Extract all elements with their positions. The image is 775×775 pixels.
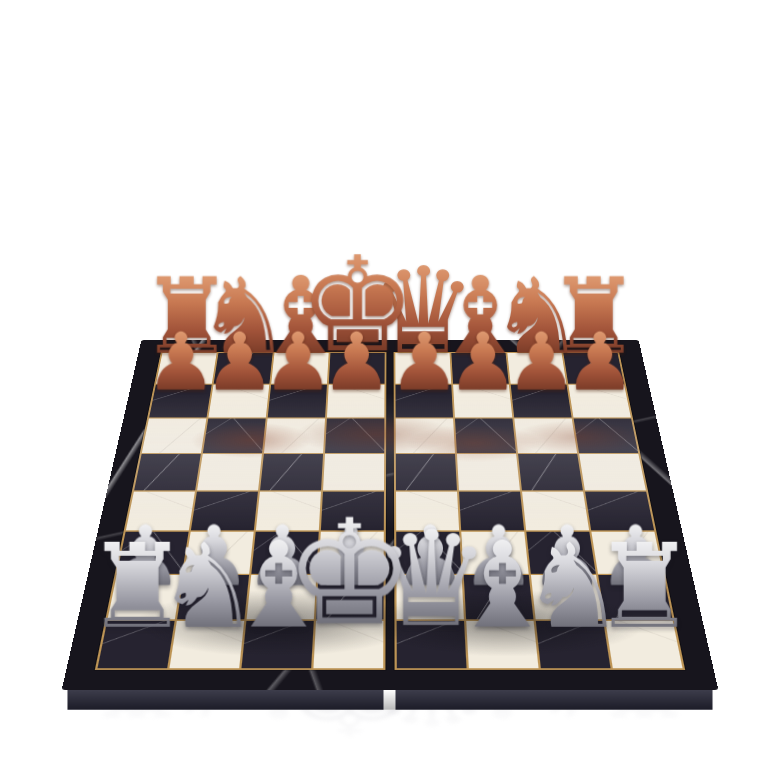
silver-king-glyph: ♚ xyxy=(284,500,414,645)
silver-rook-glyph: ♜ xyxy=(591,529,696,646)
square-a5[interactable] xyxy=(134,454,201,491)
square-a6[interactable] xyxy=(142,418,207,452)
square-f6[interactable] xyxy=(455,418,516,452)
square-e5[interactable] xyxy=(396,454,457,491)
square-c6[interactable] xyxy=(264,418,325,452)
copper-pawn-glyph: ♟ xyxy=(320,323,391,403)
square-g6[interactable] xyxy=(514,418,577,452)
silver-knight-glyph: ♞ xyxy=(155,529,260,646)
copper-pawn-glyph: ♟ xyxy=(564,323,635,403)
square-h6[interactable] xyxy=(574,418,639,452)
square-g5[interactable] xyxy=(518,454,583,491)
square-e6[interactable] xyxy=(396,418,455,452)
square-d5[interactable] xyxy=(323,454,384,491)
chess-board: ♜♜♞♞♝♝♚♚♛♛♝♝♞♞♜♜♟♟♟♟♟♟♟♟♟♟♟♟♟♟♟♟♟♟♟♟♟♟♟♟… xyxy=(62,340,719,690)
board-near-edge xyxy=(67,690,712,710)
square-h5[interactable] xyxy=(579,454,646,491)
square-c5[interactable] xyxy=(260,454,323,491)
square-b5[interactable] xyxy=(197,454,262,491)
square-d6[interactable] xyxy=(325,418,384,452)
chess-scene: ♜♜♞♞♝♝♚♚♛♛♝♝♞♞♜♜♟♟♟♟♟♟♟♟♟♟♟♟♟♟♟♟♟♟♟♟♟♟♟♟… xyxy=(107,208,673,774)
square-f5[interactable] xyxy=(457,454,520,491)
square-b6[interactable] xyxy=(203,418,266,452)
